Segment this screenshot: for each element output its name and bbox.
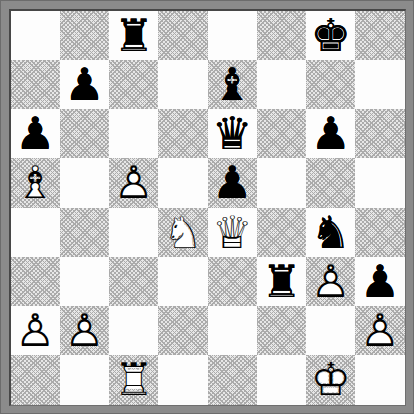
square-f3[interactable]: ♜♜ xyxy=(257,257,306,306)
square-b6[interactable] xyxy=(60,109,109,158)
chess-board: ♜♜♚♚♟♟♝♝♟♟♛♛♟♟♝♗♟♙♟♟♞♘♛♕♞♞♜♜♟♙♟♟♟♙♟♙♟♙♜♖… xyxy=(9,9,406,406)
square-a4[interactable] xyxy=(11,208,60,257)
square-e6[interactable]: ♛♛ xyxy=(208,109,257,158)
black-bishop-glyph: ♝ xyxy=(208,60,257,109)
white-bishop[interactable]: ♝♗ xyxy=(11,158,60,207)
black-pawn-glyph: ♟ xyxy=(60,60,109,109)
square-g8[interactable]: ♚♚ xyxy=(306,11,355,60)
white-queen-glyph: ♕ xyxy=(208,208,257,257)
black-pawn[interactable]: ♟♟ xyxy=(11,109,60,158)
black-pawn-glyph: ♟ xyxy=(355,257,404,306)
square-e7[interactable]: ♝♝ xyxy=(208,60,257,109)
black-knight-glyph: ♞ xyxy=(306,208,355,257)
square-f2[interactable] xyxy=(257,306,306,355)
white-pawn[interactable]: ♟♙ xyxy=(355,306,404,355)
white-pawn-glyph: ♙ xyxy=(60,306,109,355)
square-b2[interactable]: ♟♙ xyxy=(60,306,109,355)
white-pawn[interactable]: ♟♙ xyxy=(60,306,109,355)
black-knight[interactable]: ♞♞ xyxy=(306,208,355,257)
black-pawn[interactable]: ♟♟ xyxy=(306,109,355,158)
square-e4[interactable]: ♛♕ xyxy=(208,208,257,257)
square-d3[interactable] xyxy=(158,257,207,306)
white-pawn-glyph: ♙ xyxy=(109,158,158,207)
square-d2[interactable] xyxy=(158,306,207,355)
black-pawn-glyph: ♟ xyxy=(11,109,60,158)
square-h3[interactable]: ♟♟ xyxy=(355,257,404,306)
square-g6[interactable]: ♟♟ xyxy=(306,109,355,158)
square-h8[interactable] xyxy=(355,11,404,60)
square-f4[interactable] xyxy=(257,208,306,257)
square-g2[interactable] xyxy=(306,306,355,355)
square-h1[interactable] xyxy=(355,355,404,404)
square-c1[interactable]: ♜♖ xyxy=(109,355,158,404)
black-bishop[interactable]: ♝♝ xyxy=(208,60,257,109)
black-king[interactable]: ♚♚ xyxy=(306,11,355,60)
white-king-glyph: ♔ xyxy=(306,355,355,404)
square-h5[interactable] xyxy=(355,158,404,207)
square-b4[interactable] xyxy=(60,208,109,257)
square-f8[interactable] xyxy=(257,11,306,60)
white-queen[interactable]: ♛♕ xyxy=(208,208,257,257)
white-pawn[interactable]: ♟♙ xyxy=(306,257,355,306)
black-rook-glyph: ♜ xyxy=(109,11,158,60)
white-pawn-glyph: ♙ xyxy=(306,257,355,306)
square-c2[interactable] xyxy=(109,306,158,355)
square-a3[interactable] xyxy=(11,257,60,306)
square-g3[interactable]: ♟♙ xyxy=(306,257,355,306)
black-pawn[interactable]: ♟♟ xyxy=(60,60,109,109)
black-rook-glyph: ♜ xyxy=(257,257,306,306)
black-rook[interactable]: ♜♜ xyxy=(257,257,306,306)
square-d1[interactable] xyxy=(158,355,207,404)
white-king[interactable]: ♚♔ xyxy=(306,355,355,404)
square-d5[interactable] xyxy=(158,158,207,207)
square-f1[interactable] xyxy=(257,355,306,404)
white-pawn[interactable]: ♟♙ xyxy=(11,306,60,355)
square-c6[interactable] xyxy=(109,109,158,158)
square-c8[interactable]: ♜♜ xyxy=(109,11,158,60)
square-c5[interactable]: ♟♙ xyxy=(109,158,158,207)
square-c7[interactable] xyxy=(109,60,158,109)
black-queen-glyph: ♛ xyxy=(208,109,257,158)
square-b5[interactable] xyxy=(60,158,109,207)
black-king-glyph: ♚ xyxy=(306,11,355,60)
square-e5[interactable]: ♟♟ xyxy=(208,158,257,207)
square-b8[interactable] xyxy=(60,11,109,60)
black-queen[interactable]: ♛♛ xyxy=(208,109,257,158)
square-h7[interactable] xyxy=(355,60,404,109)
square-e2[interactable] xyxy=(208,306,257,355)
white-bishop-glyph: ♗ xyxy=(11,158,60,207)
square-e3[interactable] xyxy=(208,257,257,306)
white-pawn-glyph: ♙ xyxy=(11,306,60,355)
white-knight[interactable]: ♞♘ xyxy=(158,208,207,257)
square-g7[interactable] xyxy=(306,60,355,109)
square-c4[interactable] xyxy=(109,208,158,257)
square-d8[interactable] xyxy=(158,11,207,60)
square-h4[interactable] xyxy=(355,208,404,257)
square-e8[interactable] xyxy=(208,11,257,60)
square-b7[interactable]: ♟♟ xyxy=(60,60,109,109)
square-f5[interactable] xyxy=(257,158,306,207)
white-pawn[interactable]: ♟♙ xyxy=(109,158,158,207)
square-d7[interactable] xyxy=(158,60,207,109)
square-g4[interactable]: ♞♞ xyxy=(306,208,355,257)
white-pawn-glyph: ♙ xyxy=(355,306,404,355)
square-a8[interactable] xyxy=(11,11,60,60)
square-a5[interactable]: ♝♗ xyxy=(11,158,60,207)
square-a7[interactable] xyxy=(11,60,60,109)
square-e1[interactable] xyxy=(208,355,257,404)
square-g1[interactable]: ♚♔ xyxy=(306,355,355,404)
white-rook[interactable]: ♜♖ xyxy=(109,355,158,404)
square-d6[interactable] xyxy=(158,109,207,158)
black-rook[interactable]: ♜♜ xyxy=(109,11,158,60)
black-pawn-glyph: ♟ xyxy=(306,109,355,158)
black-pawn-glyph: ♟ xyxy=(208,158,257,207)
square-f6[interactable] xyxy=(257,109,306,158)
square-h2[interactable]: ♟♙ xyxy=(355,306,404,355)
square-b3[interactable] xyxy=(60,257,109,306)
white-knight-glyph: ♘ xyxy=(158,208,207,257)
square-a1[interactable] xyxy=(11,355,60,404)
square-d4[interactable]: ♞♘ xyxy=(158,208,207,257)
square-g5[interactable] xyxy=(306,158,355,207)
black-pawn[interactable]: ♟♟ xyxy=(208,158,257,207)
board-frame: ♜♜♚♚♟♟♝♝♟♟♛♛♟♟♝♗♟♙♟♟♞♘♛♕♞♞♜♜♟♙♟♟♟♙♟♙♟♙♜♖… xyxy=(0,0,414,414)
square-f7[interactable] xyxy=(257,60,306,109)
black-pawn[interactable]: ♟♟ xyxy=(355,257,404,306)
white-rook-glyph: ♖ xyxy=(109,355,158,404)
square-h6[interactable] xyxy=(355,109,404,158)
square-b1[interactable] xyxy=(60,355,109,404)
square-a2[interactable]: ♟♙ xyxy=(11,306,60,355)
square-c3[interactable] xyxy=(109,257,158,306)
square-a6[interactable]: ♟♟ xyxy=(11,109,60,158)
